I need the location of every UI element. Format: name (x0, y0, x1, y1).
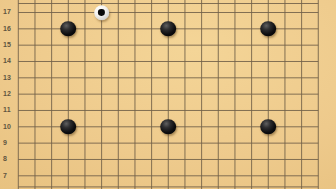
row-label-14: 14 (3, 57, 18, 65)
stone-white-F17 (94, 5, 110, 21)
row-label-8: 8 (3, 155, 18, 163)
row-label-16: 16 (3, 25, 18, 33)
stone-black-K10 (161, 119, 177, 135)
row-label-11: 11 (3, 106, 18, 114)
stone-black-D10 (61, 119, 77, 135)
row-label-17: 17 (3, 8, 18, 16)
stone-black-Q10 (261, 119, 277, 135)
row-label-10: 10 (3, 123, 18, 131)
last-move-marker-icon (98, 9, 105, 16)
go-board[interactable]: 1716151413121110987 (0, 0, 336, 189)
row-label-12: 12 (3, 90, 18, 98)
stone-black-K16 (161, 21, 177, 37)
stone-black-D16 (61, 21, 77, 37)
row-label-9: 9 (3, 139, 18, 147)
row-label-7: 7 (3, 172, 18, 180)
stone-black-Q16 (261, 21, 277, 37)
row-label-13: 13 (3, 74, 18, 82)
row-label-15: 15 (3, 41, 18, 49)
